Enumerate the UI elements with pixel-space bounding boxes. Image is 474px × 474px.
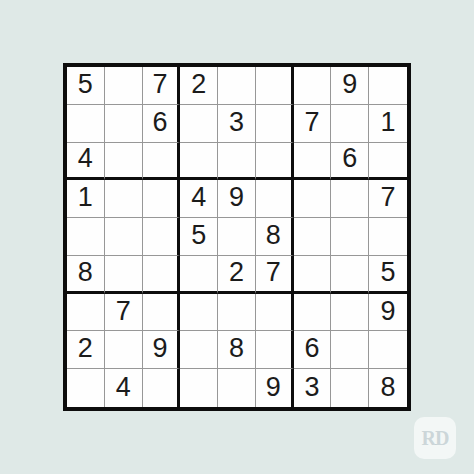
cell-r6c3[interactable] bbox=[143, 256, 181, 294]
cell-r8c4[interactable] bbox=[180, 331, 218, 369]
cell-r6c6[interactable]: 7 bbox=[256, 256, 294, 294]
cell-r9c3[interactable] bbox=[143, 369, 181, 407]
cell-r7c6[interactable] bbox=[256, 294, 294, 332]
cell-r4c4[interactable]: 4 bbox=[180, 180, 218, 218]
cell-r3c9[interactable] bbox=[369, 143, 407, 181]
cell-r5c2[interactable] bbox=[105, 218, 143, 256]
cell-r4c1[interactable]: 1 bbox=[67, 180, 105, 218]
cell-r3c2[interactable] bbox=[105, 143, 143, 181]
cell-r1c7[interactable] bbox=[294, 67, 332, 105]
cell-r3c4[interactable] bbox=[180, 143, 218, 181]
cell-r1c4[interactable]: 2 bbox=[180, 67, 218, 105]
cell-r3c7[interactable] bbox=[294, 143, 332, 181]
cell-r8c3[interactable]: 9 bbox=[143, 331, 181, 369]
cell-r3c3[interactable] bbox=[143, 143, 181, 181]
cell-r8c1[interactable]: 2 bbox=[67, 331, 105, 369]
cell-r5c4[interactable]: 5 bbox=[180, 218, 218, 256]
cell-r5c9[interactable] bbox=[369, 218, 407, 256]
sudoku-board: 572963714614975882757929864938 bbox=[63, 63, 411, 411]
cell-r3c1[interactable]: 4 bbox=[67, 143, 105, 181]
cell-r8c8[interactable] bbox=[331, 331, 369, 369]
cell-r2c3[interactable]: 6 bbox=[143, 105, 181, 143]
cell-r7c7[interactable] bbox=[294, 294, 332, 332]
cell-r4c6[interactable] bbox=[256, 180, 294, 218]
cell-r2c8[interactable] bbox=[331, 105, 369, 143]
cell-r6c4[interactable] bbox=[180, 256, 218, 294]
cell-r2c5[interactable]: 3 bbox=[218, 105, 256, 143]
cell-r4c8[interactable] bbox=[331, 180, 369, 218]
cell-r6c1[interactable]: 8 bbox=[67, 256, 105, 294]
cell-r7c4[interactable] bbox=[180, 294, 218, 332]
cell-r9c9[interactable]: 8 bbox=[369, 369, 407, 407]
cell-r8c9[interactable] bbox=[369, 331, 407, 369]
rd-watermark-logo: RD bbox=[414, 417, 456, 459]
cell-r4c5[interactable]: 9 bbox=[218, 180, 256, 218]
cell-r4c3[interactable] bbox=[143, 180, 181, 218]
cell-r1c6[interactable] bbox=[256, 67, 294, 105]
cell-r9c1[interactable] bbox=[67, 369, 105, 407]
cell-r7c1[interactable] bbox=[67, 294, 105, 332]
page-background: 572963714614975882757929864938 RD bbox=[0, 0, 474, 474]
cell-r4c9[interactable]: 7 bbox=[369, 180, 407, 218]
cell-r1c3[interactable]: 7 bbox=[143, 67, 181, 105]
cell-r6c8[interactable] bbox=[331, 256, 369, 294]
cell-r9c5[interactable] bbox=[218, 369, 256, 407]
cell-r5c5[interactable] bbox=[218, 218, 256, 256]
cell-r1c1[interactable]: 5 bbox=[67, 67, 105, 105]
cell-r5c6[interactable]: 8 bbox=[256, 218, 294, 256]
cell-r8c5[interactable]: 8 bbox=[218, 331, 256, 369]
cell-r2c1[interactable] bbox=[67, 105, 105, 143]
cell-r9c2[interactable]: 4 bbox=[105, 369, 143, 407]
cell-r9c7[interactable]: 3 bbox=[294, 369, 332, 407]
cell-r3c8[interactable]: 6 bbox=[331, 143, 369, 181]
cell-r7c3[interactable] bbox=[143, 294, 181, 332]
cell-r2c2[interactable] bbox=[105, 105, 143, 143]
cell-r5c3[interactable] bbox=[143, 218, 181, 256]
cell-r3c6[interactable] bbox=[256, 143, 294, 181]
cell-r4c2[interactable] bbox=[105, 180, 143, 218]
cell-r8c2[interactable] bbox=[105, 331, 143, 369]
cell-r1c9[interactable] bbox=[369, 67, 407, 105]
cell-r2c4[interactable] bbox=[180, 105, 218, 143]
cell-r6c5[interactable]: 2 bbox=[218, 256, 256, 294]
cell-r7c8[interactable] bbox=[331, 294, 369, 332]
cell-r4c7[interactable] bbox=[294, 180, 332, 218]
cell-r6c2[interactable] bbox=[105, 256, 143, 294]
cell-r7c9[interactable]: 9 bbox=[369, 294, 407, 332]
cell-r3c5[interactable] bbox=[218, 143, 256, 181]
cell-r9c6[interactable]: 9 bbox=[256, 369, 294, 407]
cell-r1c8[interactable]: 9 bbox=[331, 67, 369, 105]
cell-r7c2[interactable]: 7 bbox=[105, 294, 143, 332]
cell-r7c5[interactable] bbox=[218, 294, 256, 332]
cell-r6c9[interactable]: 5 bbox=[369, 256, 407, 294]
cell-r5c1[interactable] bbox=[67, 218, 105, 256]
cell-r2c6[interactable] bbox=[256, 105, 294, 143]
cell-r5c8[interactable] bbox=[331, 218, 369, 256]
cell-r9c4[interactable] bbox=[180, 369, 218, 407]
cell-r2c9[interactable]: 1 bbox=[369, 105, 407, 143]
cell-r2c7[interactable]: 7 bbox=[294, 105, 332, 143]
cell-r5c7[interactable] bbox=[294, 218, 332, 256]
cell-r6c7[interactable] bbox=[294, 256, 332, 294]
cell-r1c2[interactable] bbox=[105, 67, 143, 105]
cell-r9c8[interactable] bbox=[331, 369, 369, 407]
cell-r8c7[interactable]: 6 bbox=[294, 331, 332, 369]
cell-r8c6[interactable] bbox=[256, 331, 294, 369]
cell-r1c5[interactable] bbox=[218, 67, 256, 105]
